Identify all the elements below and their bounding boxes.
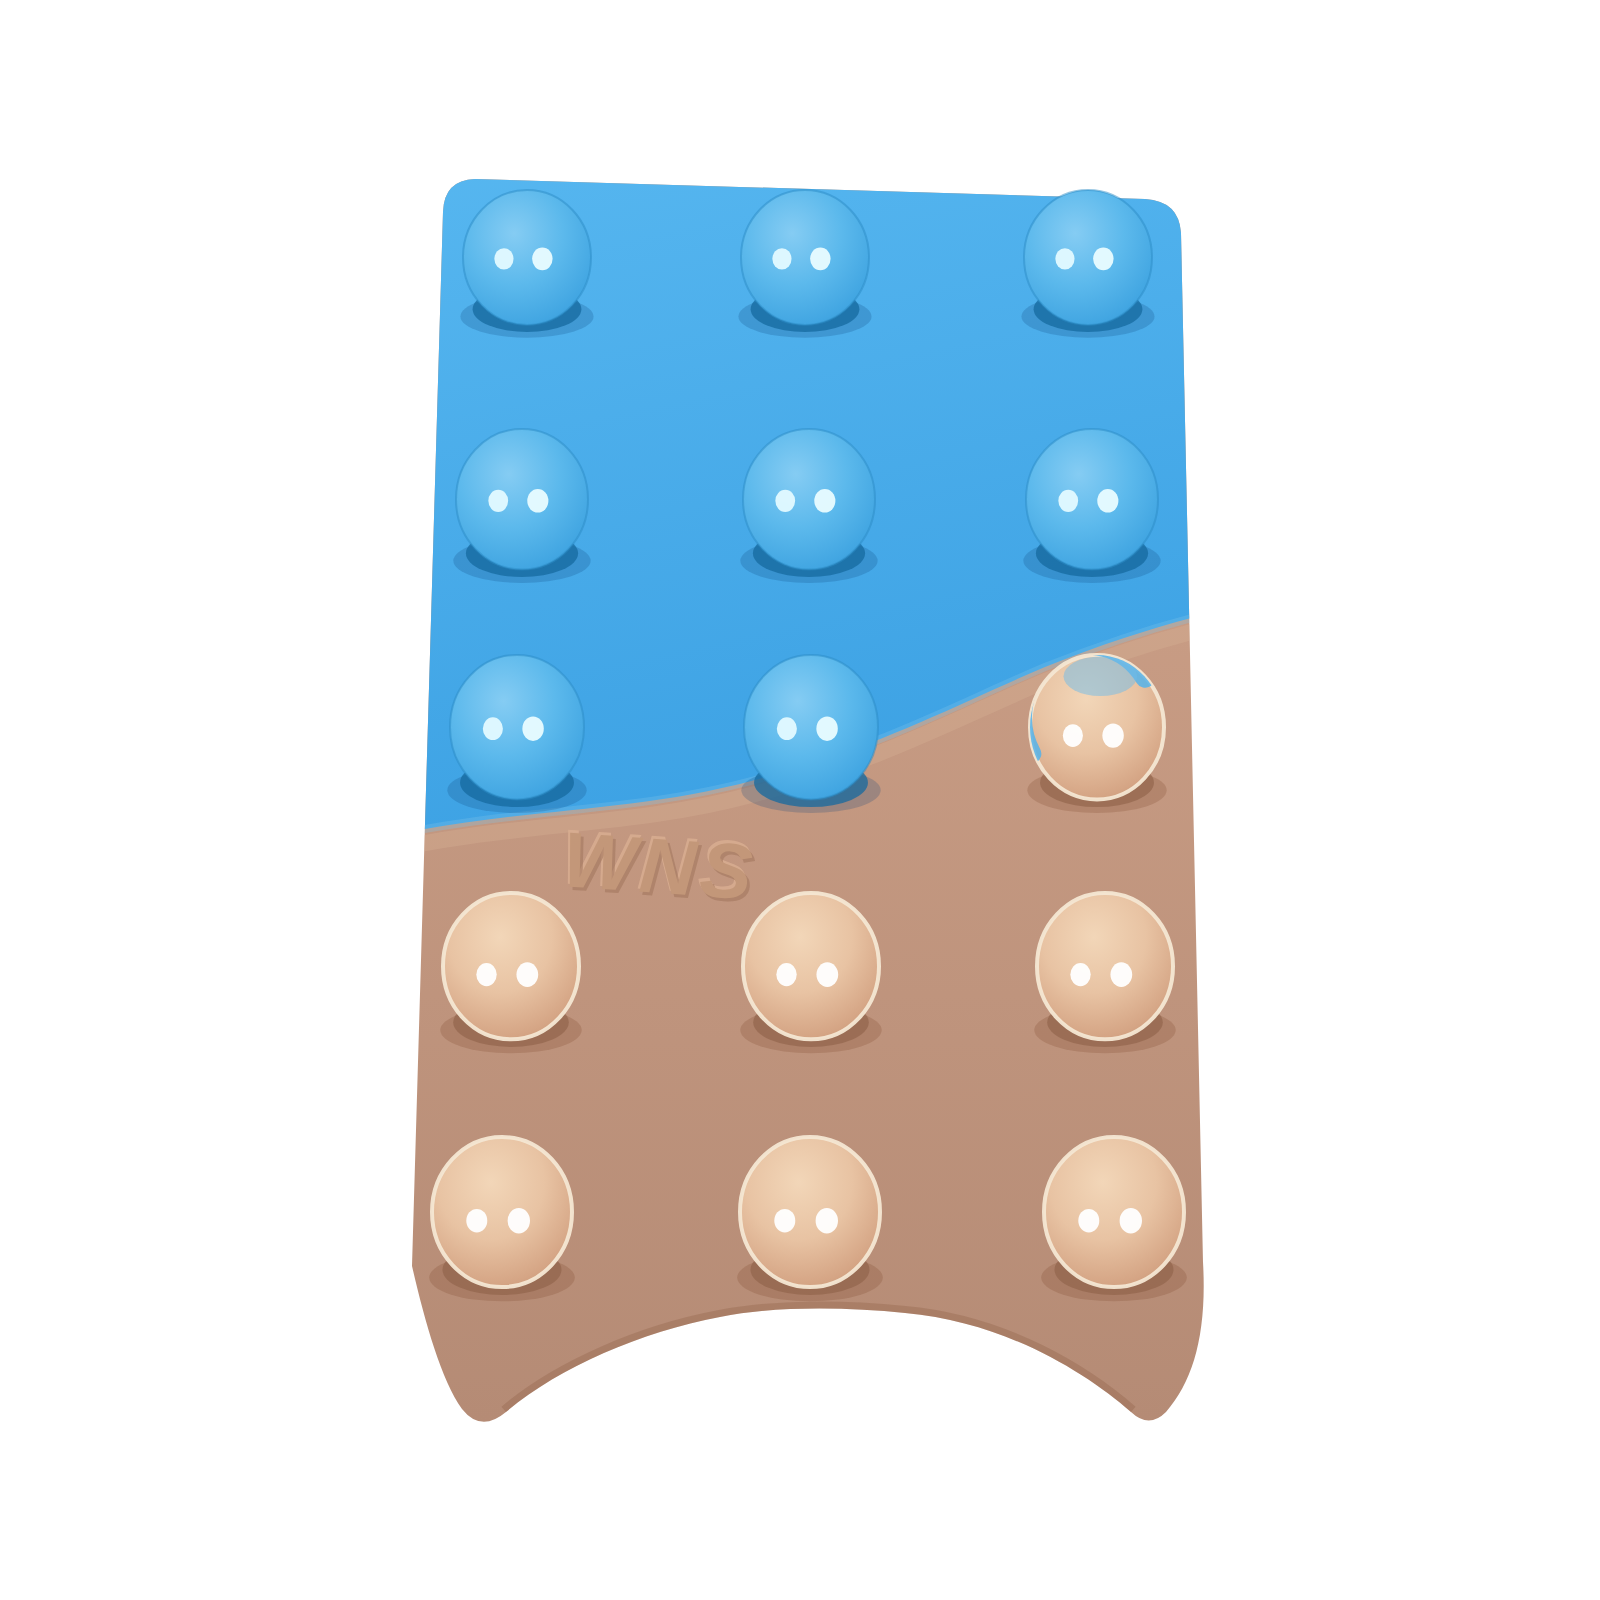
suction-dome-r2-c2 [740,429,877,583]
suction-dome-r4-c2 [740,893,881,1053]
suction-dome-r3-c2 [741,655,880,813]
brand-text-face: WNS [559,815,759,916]
suction-dome-r2-c3 [1023,429,1160,583]
suction-dome-r5-c1 [429,1137,575,1301]
suction-pad-photo: WNS WNS WNS [0,0,1600,1600]
suction-dome-r1-c3 [1021,190,1154,338]
suction-dome-r1-c1 [460,190,593,338]
suction-dome-r2-c1 [453,429,590,583]
suction-dome-r4-c1 [440,893,581,1053]
suction-dome-r1-c2 [738,190,871,338]
suction-dome-r5-c3 [1041,1137,1187,1301]
brand-embossed-text: WNS WNS WNS [557,812,762,920]
suction-dome-r5-c2 [737,1137,883,1301]
product-photo: WNS WNS WNS [0,0,1600,1600]
suction-dome-r3-c1 [447,655,586,813]
suction-dome-r4-c3 [1034,893,1175,1053]
